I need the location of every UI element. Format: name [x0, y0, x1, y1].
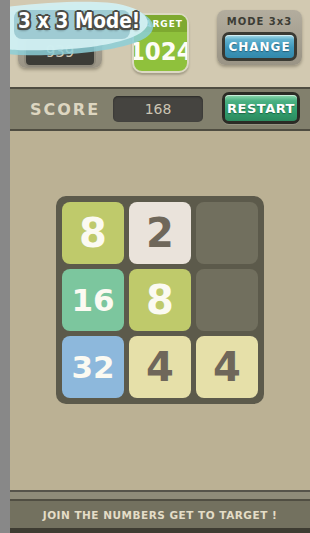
cell-r0c0: 8	[62, 202, 124, 264]
change-mode-button[interactable]: CHANGE	[222, 32, 297, 61]
mode-label: MODE 3x3	[217, 10, 302, 27]
target-panel: TARGET 1024	[132, 13, 189, 73]
restart-button[interactable]: RESTART	[222, 92, 300, 124]
cell-r2c1: 4	[129, 336, 191, 398]
footer: JOIN THE NUMBERS GET TO TARGET !	[10, 490, 310, 533]
score-value: 168	[113, 96, 203, 122]
cell-r2c2: 4	[196, 336, 258, 398]
footer-stripe	[10, 492, 310, 499]
cell-r2c0: 32	[62, 336, 124, 398]
best-score-panel: 939	[18, 10, 102, 68]
game-board[interactable]: 8 2 16 8 32 4 4	[56, 196, 264, 404]
best-score-value: 939	[24, 37, 96, 67]
footer-hint-text: JOIN THE NUMBERS GET TO TARGET !	[43, 509, 278, 521]
target-value: 1024	[134, 32, 187, 71]
change-mode-button-label: CHANGE	[225, 35, 294, 58]
cell-r1c0: 16	[62, 269, 124, 331]
footer-hint-bar: JOIN THE NUMBERS GET TO TARGET !	[10, 501, 310, 528]
cell-r1c2	[196, 269, 258, 331]
cell-r1c1: 8	[129, 269, 191, 331]
restart-button-label: RESTART	[225, 95, 297, 121]
game-screen: 939 TARGET 1024 MODE 3x3 CHANGE 3 x 3 Mo…	[10, 0, 310, 533]
cell-r0c1: 2	[129, 202, 191, 264]
header: 939 TARGET 1024 MODE 3x3 CHANGE 3 x 3 Mo…	[10, 0, 310, 87]
mode-panel: MODE 3x3 CHANGE	[217, 10, 302, 65]
target-label: TARGET	[134, 15, 187, 32]
score-bar: SCORE 168 RESTART	[10, 87, 310, 131]
cell-r0c2	[196, 202, 258, 264]
score-label: SCORE	[30, 100, 100, 119]
footer-bottom-band	[10, 528, 310, 533]
